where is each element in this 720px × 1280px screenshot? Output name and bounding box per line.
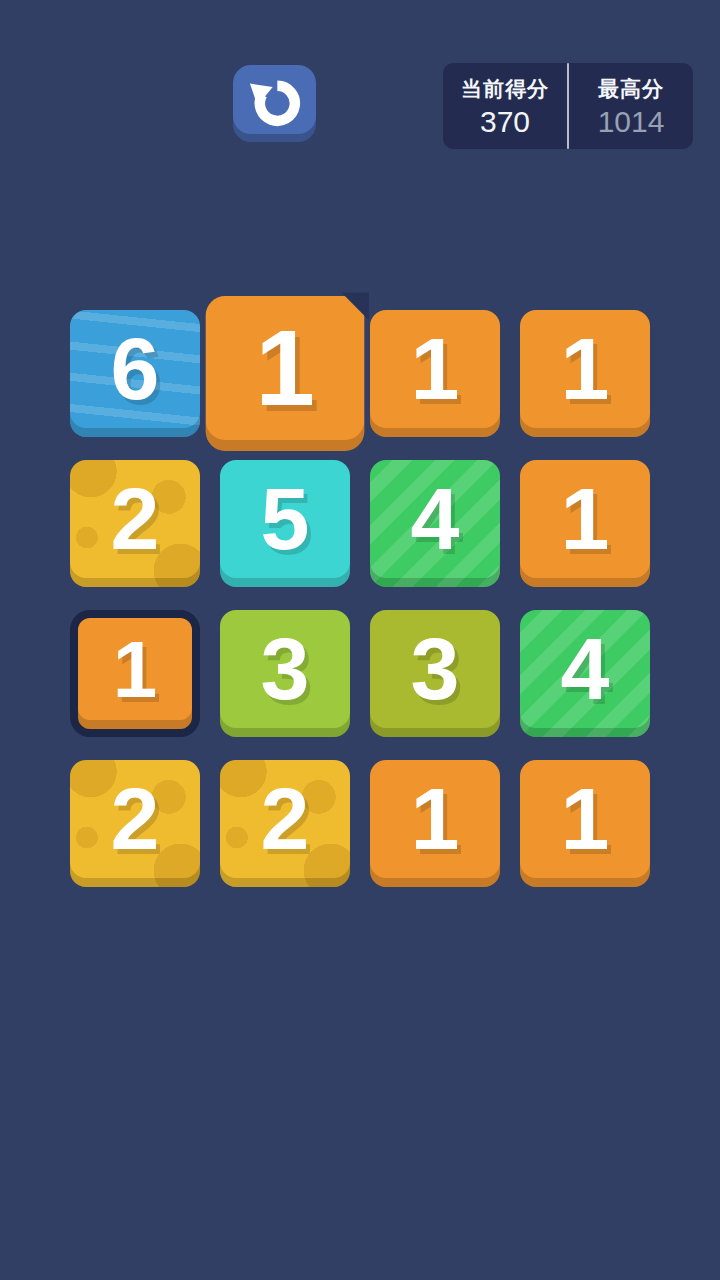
tile-number: 2	[111, 775, 160, 872]
current-score-value: 370	[480, 107, 530, 137]
tile-r1c1[interactable]: 6	[70, 310, 200, 437]
tile-number: 1	[113, 630, 158, 717]
tile-r4c3[interactable]: 1	[370, 760, 500, 887]
tile-number: 1	[255, 314, 315, 432]
best-score-block: 最高分 1014	[569, 63, 693, 149]
current-score-block: 当前得分 370	[443, 63, 567, 149]
puzzle-board: 6 1 1 1 2 5 4 1 1 3 3 4	[70, 310, 650, 887]
tile-number: 1	[561, 475, 610, 572]
tile-number: 3	[261, 625, 310, 722]
tile-number: 4	[411, 475, 460, 572]
tile-number: 3	[411, 625, 460, 722]
tile-number: 2	[261, 775, 310, 872]
restart-button[interactable]	[233, 65, 316, 142]
tile-r4c2[interactable]: 2	[220, 760, 350, 887]
game-screen: 当前得分 370 最高分 1014 6 1 1 1 2 5 4	[0, 0, 720, 1280]
tile-r1c4[interactable]: 1	[520, 310, 650, 437]
tile-number: 1	[561, 325, 610, 422]
tile-r2c4[interactable]: 1	[520, 460, 650, 587]
tile-number: 6	[111, 325, 160, 422]
tile-number: 1	[411, 775, 460, 872]
tile-number: 1	[411, 325, 460, 422]
tile-r3c4[interactable]: 4	[520, 610, 650, 737]
tile-r1c2[interactable]: 1	[206, 296, 365, 451]
current-score-label: 当前得分	[461, 75, 549, 103]
best-score-value: 1014	[598, 107, 665, 137]
tile-number: 4	[561, 625, 610, 722]
tile-number: 1	[561, 775, 610, 872]
restart-icon	[247, 73, 303, 129]
tile-number: 5	[261, 475, 310, 572]
tile-r3c1[interactable]: 1	[70, 610, 200, 737]
tile-r2c2[interactable]: 5	[220, 460, 350, 587]
tile-r2c3[interactable]: 4	[370, 460, 500, 587]
best-score-label: 最高分	[598, 75, 664, 103]
tile-r4c4[interactable]: 1	[520, 760, 650, 887]
tile-number: 2	[111, 475, 160, 572]
tile-r2c1[interactable]: 2	[70, 460, 200, 587]
tile-r3c2[interactable]: 3	[220, 610, 350, 737]
tile-r1c3[interactable]: 1	[370, 310, 500, 437]
tile-r3c3[interactable]: 3	[370, 610, 500, 737]
score-panel: 当前得分 370 最高分 1014	[443, 63, 693, 149]
tile-r4c1[interactable]: 2	[70, 760, 200, 887]
